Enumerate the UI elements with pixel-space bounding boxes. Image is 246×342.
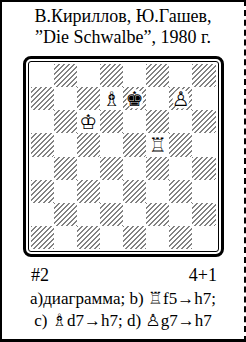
square-d6[interactable] xyxy=(100,110,123,133)
square-a3[interactable] xyxy=(31,180,54,203)
square-b4[interactable] xyxy=(54,157,77,180)
square-g6[interactable] xyxy=(169,110,192,133)
board: ♗♚♙♔♖ xyxy=(31,64,216,249)
square-b7[interactable] xyxy=(54,87,77,110)
square-c3[interactable] xyxy=(77,180,100,203)
square-f8[interactable] xyxy=(146,64,169,87)
square-d4[interactable] xyxy=(100,157,123,180)
square-f5[interactable]: ♖ xyxy=(146,133,169,156)
source-line: ”Die Schwalbe”, 1980 г. xyxy=(2,27,244,48)
white-pawn-g7[interactable]: ♙ xyxy=(172,89,190,109)
white-rook-f5[interactable]: ♖ xyxy=(149,135,167,155)
square-c1[interactable] xyxy=(77,226,100,249)
white-bishop-d7[interactable]: ♗ xyxy=(102,89,120,109)
square-e5[interactable] xyxy=(123,133,146,156)
twin-line-1: а)диаграмма; b) ♖f5→h7; xyxy=(2,288,244,310)
square-h1[interactable] xyxy=(192,226,215,249)
square-g3[interactable] xyxy=(169,180,192,203)
square-d5[interactable] xyxy=(100,133,123,156)
square-h8[interactable] xyxy=(192,64,215,87)
square-h2[interactable] xyxy=(192,203,215,226)
twin-line-2: c) ♗d7→h7; d) ♙g7→h7 xyxy=(2,310,244,332)
square-f7[interactable] xyxy=(146,87,169,110)
square-h5[interactable] xyxy=(192,133,215,156)
square-g8[interactable] xyxy=(169,64,192,87)
square-a1[interactable] xyxy=(31,226,54,249)
square-c4[interactable] xyxy=(77,157,100,180)
square-h7[interactable] xyxy=(192,87,215,110)
square-f6[interactable] xyxy=(146,110,169,133)
board-frame: ♗♚♙♔♖ xyxy=(23,56,224,257)
square-c2[interactable] xyxy=(77,203,100,226)
square-a2[interactable] xyxy=(31,203,54,226)
square-h6[interactable] xyxy=(192,110,215,133)
square-f1[interactable] xyxy=(146,226,169,249)
square-e1[interactable] xyxy=(123,226,146,249)
square-f4[interactable] xyxy=(146,157,169,180)
square-g1[interactable] xyxy=(169,226,192,249)
square-g5[interactable] xyxy=(169,133,192,156)
square-c5[interactable] xyxy=(77,133,100,156)
square-e2[interactable] xyxy=(123,203,146,226)
square-b6[interactable] xyxy=(54,110,77,133)
square-g2[interactable] xyxy=(169,203,192,226)
square-e6[interactable] xyxy=(123,110,146,133)
square-d7[interactable]: ♗ xyxy=(100,87,123,110)
board-inner-border: ♗♚♙♔♖ xyxy=(28,61,219,252)
square-b2[interactable] xyxy=(54,203,77,226)
square-e3[interactable] xyxy=(123,180,146,203)
piece-count: 4+1 xyxy=(189,265,217,285)
square-d8[interactable] xyxy=(100,64,123,87)
black-king-e7[interactable]: ♚ xyxy=(126,89,144,109)
square-c6[interactable]: ♔ xyxy=(77,110,100,133)
square-h4[interactable] xyxy=(192,157,215,180)
square-f3[interactable] xyxy=(146,180,169,203)
square-d3[interactable] xyxy=(100,180,123,203)
square-b1[interactable] xyxy=(54,226,77,249)
white-king-c6[interactable]: ♔ xyxy=(79,112,97,132)
square-e7[interactable]: ♚ xyxy=(123,87,146,110)
square-h3[interactable] xyxy=(192,180,215,203)
square-f2[interactable] xyxy=(146,203,169,226)
square-g7[interactable]: ♙ xyxy=(169,87,192,110)
square-b3[interactable] xyxy=(54,180,77,203)
square-b8[interactable] xyxy=(54,64,77,87)
square-a4[interactable] xyxy=(31,157,54,180)
square-g4[interactable] xyxy=(169,157,192,180)
square-a7[interactable] xyxy=(31,87,54,110)
square-c7[interactable] xyxy=(77,87,100,110)
square-e4[interactable] xyxy=(123,157,146,180)
problem-header: В.Кириллов, Ю.Гашев, ”Die Schwalbe”, 198… xyxy=(2,6,244,48)
stipulation-matein: #2 xyxy=(31,265,49,285)
stipulation-row: #2 4+1 xyxy=(2,265,244,285)
square-a8[interactable] xyxy=(31,64,54,87)
problem-clipping: В.Кириллов, Ю.Гашев, ”Die Schwalbe”, 198… xyxy=(0,0,246,342)
twin-conditions: а)диаграмма; b) ♖f5→h7; c) ♗d7→h7; d) ♙g… xyxy=(2,288,244,332)
square-c8[interactable] xyxy=(77,64,100,87)
square-e8[interactable] xyxy=(123,64,146,87)
square-a5[interactable] xyxy=(31,133,54,156)
square-b5[interactable] xyxy=(54,133,77,156)
authors-line: В.Кириллов, Ю.Гашев, xyxy=(2,6,244,27)
square-d1[interactable] xyxy=(100,226,123,249)
square-d2[interactable] xyxy=(100,203,123,226)
square-a6[interactable] xyxy=(31,110,54,133)
